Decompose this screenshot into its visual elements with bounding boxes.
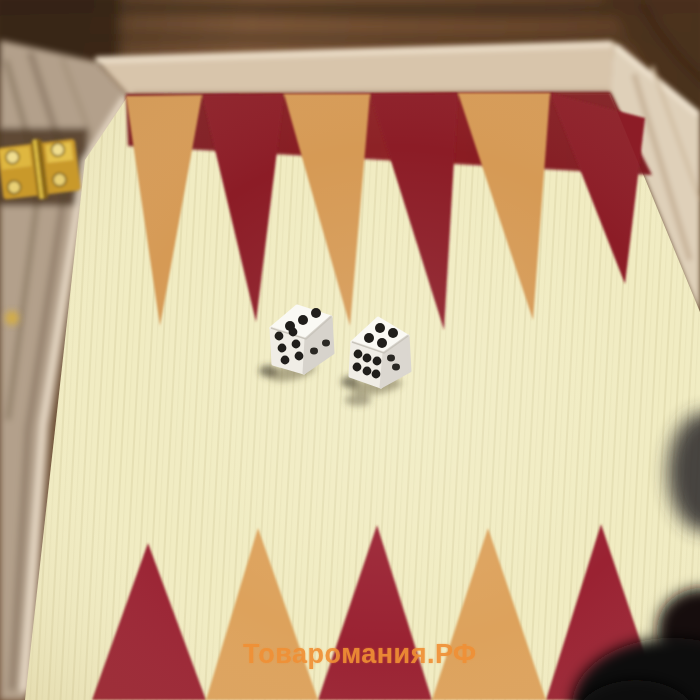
hinge-screw	[51, 142, 65, 156]
second-hinge-glint	[5, 311, 19, 325]
hinge-screw	[7, 180, 21, 194]
product-photo: Товаромания.РФ	[0, 0, 700, 700]
photo-canvas	[0, 0, 700, 700]
die-left-dark-shadow	[259, 365, 277, 377]
hinge-screw	[52, 172, 66, 186]
watermark-text: Товаромания.РФ	[243, 639, 473, 670]
between-dice-shadow	[345, 394, 371, 406]
hinge-screw	[5, 150, 19, 164]
